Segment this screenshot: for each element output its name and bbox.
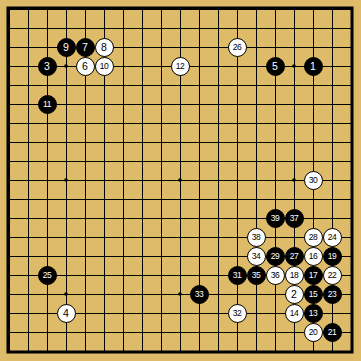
stone-white-8: 8 — [95, 38, 114, 57]
stone-white-32: 32 — [228, 304, 247, 323]
stone-black-19: 19 — [323, 247, 342, 266]
stone-black-17: 17 — [304, 266, 323, 285]
stone-white-10: 10 — [95, 57, 114, 76]
stone-white-16: 16 — [304, 247, 323, 266]
stone-black-23: 23 — [323, 285, 342, 304]
stone-black-27: 27 — [285, 247, 304, 266]
stone-black-37: 37 — [285, 209, 304, 228]
stone-white-24: 24 — [323, 228, 342, 247]
stone-white-4: 4 — [57, 304, 76, 323]
stone-black-15: 15 — [304, 285, 323, 304]
stones-layer: 1234567891011121314151617181920212223242… — [0, 0, 361, 361]
stone-white-6: 6 — [76, 57, 95, 76]
stone-black-7: 7 — [76, 38, 95, 57]
stone-white-18: 18 — [285, 266, 304, 285]
stone-black-21: 21 — [323, 323, 342, 342]
stone-white-14: 14 — [285, 304, 304, 323]
stone-white-34: 34 — [247, 247, 266, 266]
stone-black-3: 3 — [38, 57, 57, 76]
stone-black-13: 13 — [304, 304, 323, 323]
go-board-diagram: 1234567891011121314151617181920212223242… — [0, 0, 361, 361]
stone-black-5: 5 — [266, 57, 285, 76]
stone-black-29: 29 — [266, 247, 285, 266]
stone-white-12: 12 — [171, 57, 190, 76]
stone-white-22: 22 — [323, 266, 342, 285]
stone-white-36: 36 — [266, 266, 285, 285]
stone-black-25: 25 — [38, 266, 57, 285]
stone-black-33: 33 — [190, 285, 209, 304]
stone-black-9: 9 — [57, 38, 76, 57]
stone-white-2: 2 — [285, 285, 304, 304]
stone-white-28: 28 — [304, 228, 323, 247]
stone-white-30: 30 — [304, 171, 323, 190]
stone-white-20: 20 — [304, 323, 323, 342]
stone-white-26: 26 — [228, 38, 247, 57]
stone-black-35: 35 — [247, 266, 266, 285]
stone-black-11: 11 — [38, 95, 57, 114]
stone-black-39: 39 — [266, 209, 285, 228]
stone-black-31: 31 — [228, 266, 247, 285]
stone-white-38: 38 — [247, 228, 266, 247]
stone-black-1: 1 — [304, 57, 323, 76]
